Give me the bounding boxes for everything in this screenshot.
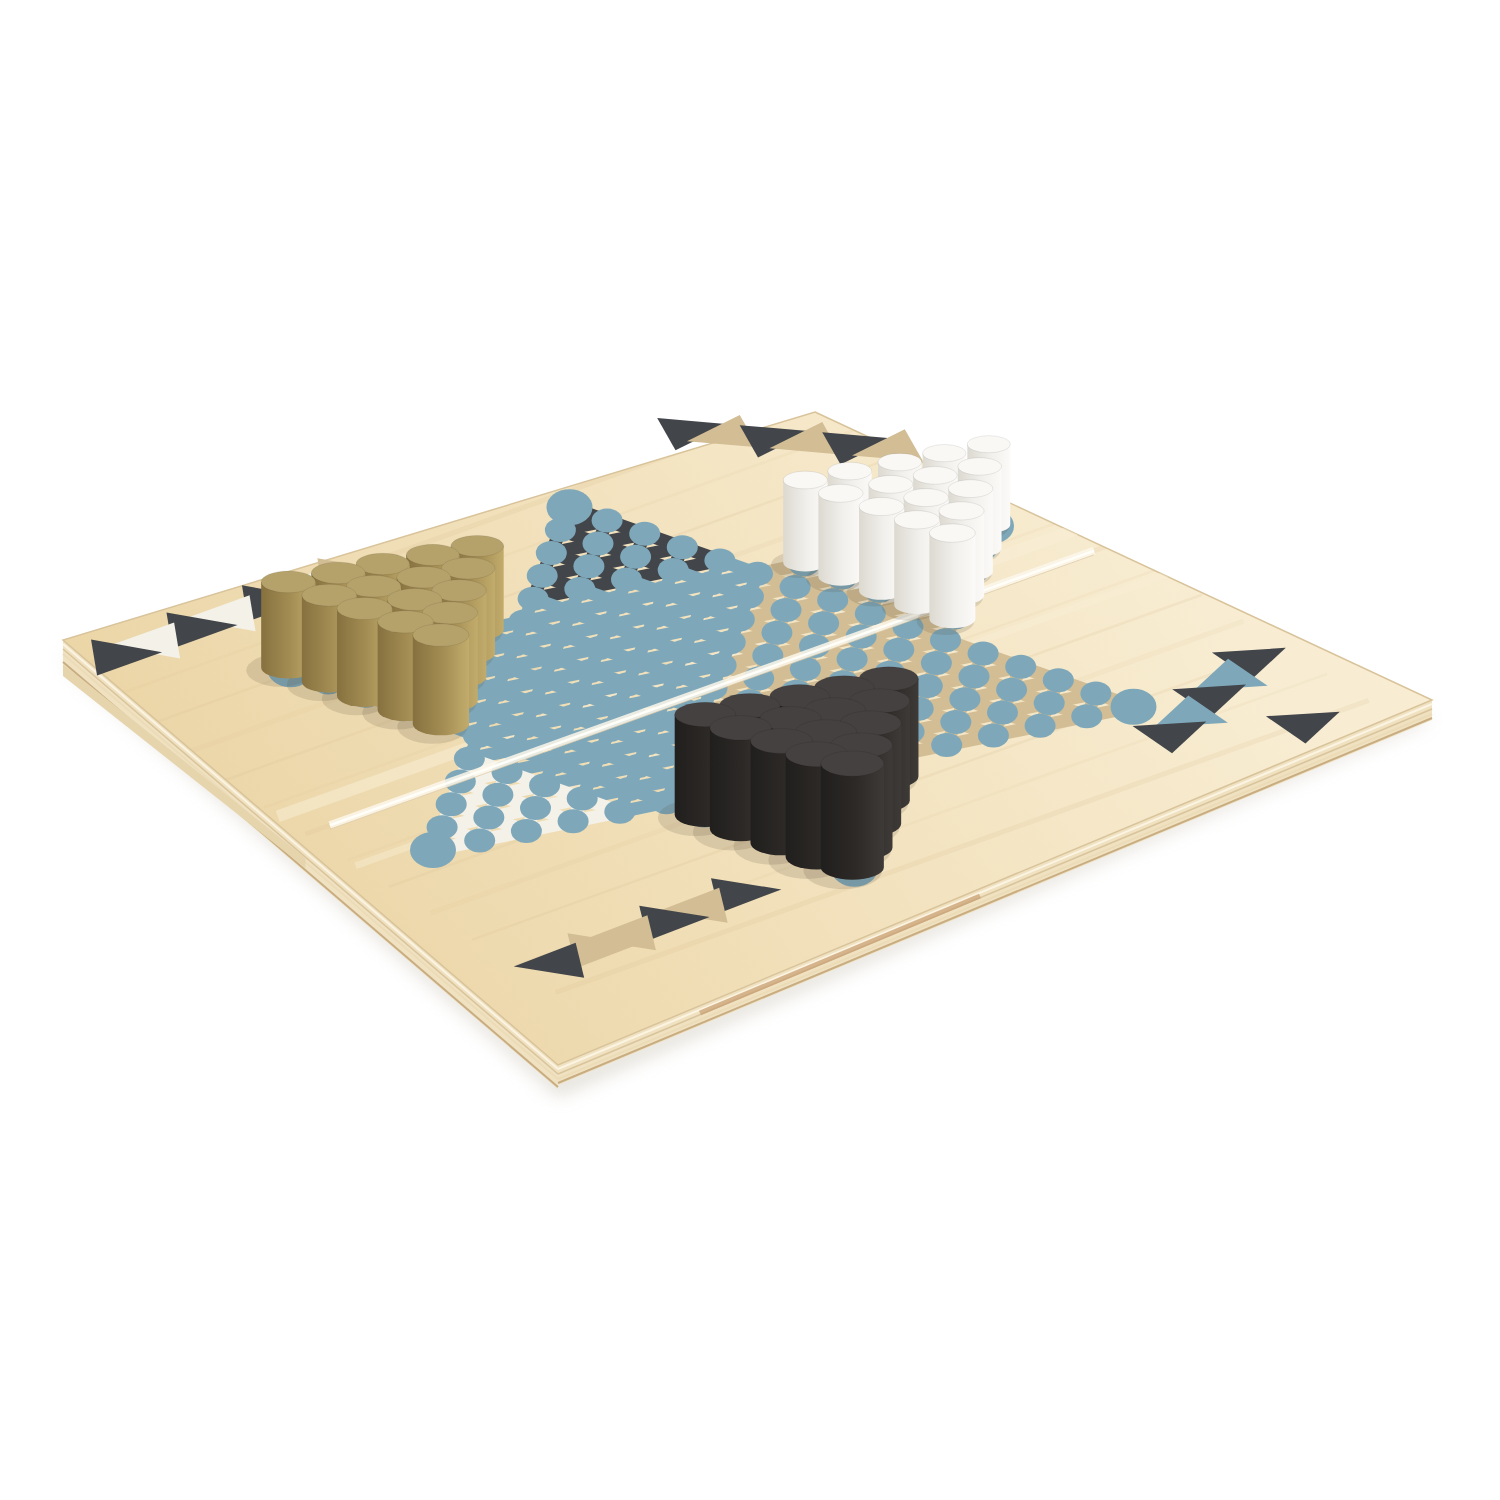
board-hole-r13-c4[interactable]: [519, 691, 550, 715]
board-hole-r18-c0[interactable]: [436, 792, 467, 816]
board-hole-r15-c8[interactable]: [576, 764, 607, 788]
board-hole-r6-c1[interactable]: [583, 531, 614, 555]
peg-top: [913, 467, 957, 485]
board-hole-r16-c3[interactable]: [567, 787, 598, 811]
peg-top: [413, 624, 469, 647]
board-hole-r11-c2[interactable]: [537, 646, 568, 670]
peg-gold-30[interactable]: [413, 624, 469, 735]
board-hole-r10-c3[interactable]: [621, 649, 652, 673]
peg-top: [878, 453, 922, 470]
board-hole-r8-c4[interactable]: [677, 617, 708, 641]
peg-top: [859, 498, 904, 516]
board-hole-r6-c4[interactable]: [695, 571, 726, 595]
board-hole-r16-c4[interactable]: [604, 800, 635, 824]
board-hole-r6-c13[interactable]: [1034, 691, 1065, 715]
board-hole-r7-c6[interactable]: [761, 621, 792, 645]
peg-top: [869, 475, 913, 493]
board-hole-r15-c7[interactable]: [538, 750, 569, 774]
board-hole-r6-c12[interactable]: [996, 678, 1027, 702]
peg-top: [821, 751, 884, 776]
board-hole-r5-c14[interactable]: [1080, 681, 1111, 705]
board-hole-r6-c11[interactable]: [959, 664, 990, 688]
board-hole-r7-c3[interactable]: [649, 581, 680, 605]
board-hole-r6-c9[interactable]: [883, 638, 914, 662]
peg-top: [948, 480, 992, 498]
board-hole-r7-c13[interactable]: [1025, 714, 1056, 738]
board-hole-r14-c4[interactable]: [472, 701, 503, 725]
board-hole-r8-c11[interactable]: [940, 710, 971, 734]
board-hole-r9-c0[interactable]: [518, 587, 549, 611]
board-hole-r7-c0[interactable]: [536, 541, 567, 565]
board-hole-r14-c8[interactable]: [623, 754, 654, 778]
peg-top: [967, 436, 1010, 453]
board-hole-r6-c6[interactable]: [771, 598, 802, 622]
board-hole-r5-c2[interactable]: [629, 522, 660, 546]
board-hole-r10-c4[interactable]: [659, 663, 690, 687]
board-hole-r9-c3[interactable]: [630, 627, 661, 651]
board-hole-r6-c3[interactable]: [658, 558, 689, 582]
board-hole-r13-c3[interactable]: [481, 678, 512, 702]
board-hole-r17-c3[interactable]: [558, 809, 589, 833]
board-hole-r8-c12[interactable]: [978, 723, 1009, 747]
board-hole-r5-c6[interactable]: [780, 575, 811, 599]
peg-top: [828, 462, 872, 480]
board-hole-r7-c5[interactable]: [724, 607, 755, 631]
board-hole-r8-c5[interactable]: [715, 630, 746, 654]
board-hole-r5-c13[interactable]: [1043, 668, 1074, 692]
board-hole-r5-c4[interactable]: [704, 548, 735, 572]
board-hole-r6-c0[interactable]: [545, 518, 576, 542]
board-hole-r14-c7[interactable]: [585, 741, 616, 765]
board-hole-r6-c14[interactable]: [1071, 704, 1102, 728]
board-hole-r6-c10[interactable]: [921, 651, 952, 675]
board-hole-r11-c4[interactable]: [612, 672, 643, 696]
board-hole-r6-c7[interactable]: [808, 611, 839, 635]
board-hole-r6-c2[interactable]: [620, 545, 651, 569]
board-hole-r11-c1[interactable]: [499, 632, 530, 656]
board-hole-r8-c3[interactable]: [640, 604, 671, 628]
peg-body: [413, 635, 469, 735]
board-hole-r5-c1[interactable]: [592, 509, 623, 533]
board-hole-r9-c4[interactable]: [668, 640, 699, 664]
peg-body: [821, 764, 884, 880]
peg-white-15[interactable]: [929, 524, 975, 628]
peg-top: [939, 502, 984, 520]
board-hole-r7-c8[interactable]: [837, 647, 868, 671]
board-hole-r13-c7[interactable]: [632, 731, 663, 755]
board-hole-r12-c3[interactable]: [528, 669, 559, 693]
board-hole-r7-c2[interactable]: [611, 568, 642, 592]
board-hole-r12-c2[interactable]: [490, 655, 521, 679]
board-hole-r15-c9[interactable]: [613, 777, 644, 801]
board-hole-r7-c1[interactable]: [573, 554, 604, 578]
board-hole-r16-c2[interactable]: [529, 773, 560, 797]
board-hole-r8-c1[interactable]: [564, 577, 595, 601]
peg-white-10[interactable]: [818, 484, 863, 585]
board-hole-r5-c11[interactable]: [968, 642, 999, 666]
peg-top: [923, 445, 966, 462]
board-hole-r9-c1[interactable]: [555, 600, 586, 624]
board-hole-r7-c12[interactable]: [987, 701, 1018, 725]
peg-body: [929, 533, 975, 628]
board-hole-r7-c11[interactable]: [949, 687, 980, 711]
peg-body: [818, 493, 863, 585]
board-hole-r18-c1[interactable]: [473, 806, 504, 830]
board-hole-r10-c2[interactable]: [584, 636, 615, 660]
board-hole-r12-c4[interactable]: [566, 682, 597, 706]
board-hole-r7-c4[interactable]: [686, 594, 717, 618]
board-hole-r8-c2[interactable]: [602, 590, 633, 614]
board-hole-r18-c2[interactable]: [511, 819, 542, 843]
board-hole-r8-c0[interactable]: [527, 564, 558, 588]
board-hole-r20-c0[interactable]: [410, 832, 456, 868]
peg-top: [783, 471, 827, 489]
peg-black-45[interactable]: [821, 751, 884, 880]
board-hole-r5-c3[interactable]: [667, 535, 698, 559]
board-hole-r13-c5[interactable]: [556, 705, 587, 729]
board-hole-r5-c5[interactable]: [742, 562, 773, 586]
board-hole-r6-c5[interactable]: [733, 585, 764, 609]
chinese-checkers-board-photo: [0, 0, 1500, 1500]
board-hole-r11-c3[interactable]: [575, 659, 606, 683]
board-hole-r5-c15[interactable]: [1111, 689, 1157, 725]
peg-top: [958, 458, 1002, 475]
board-hole-r10-c1[interactable]: [546, 623, 577, 647]
peg-top: [818, 484, 863, 502]
board-hole-r17-c1[interactable]: [482, 783, 513, 807]
peg-top: [904, 489, 949, 507]
peg-top: [929, 524, 975, 542]
board-hole-r9-c5[interactable]: [706, 653, 737, 677]
board-hole-r10-c0[interactable]: [509, 610, 540, 634]
product-photo-scene: [0, 0, 1500, 1500]
peg-top: [894, 511, 940, 529]
board-hole-r9-c2[interactable]: [593, 613, 624, 637]
board-hole-r5-c12[interactable]: [1005, 655, 1036, 679]
board-hole-r19-c1[interactable]: [464, 828, 495, 852]
board-hole-r17-c2[interactable]: [520, 796, 551, 820]
board-hole-r14-c5[interactable]: [510, 714, 541, 738]
board-hole-r9-c11[interactable]: [931, 733, 962, 757]
